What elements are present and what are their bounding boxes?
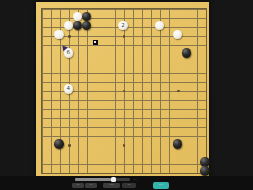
nav-button-1[interactable]: ··· [72,183,84,189]
stone-black-F17 [82,21,92,31]
stone-white-K17: 2 [118,21,128,31]
star-point [68,144,71,147]
move-counter: ··· [133,177,138,182]
move-slider[interactable] [75,178,130,181]
star-point [123,144,126,147]
filled-square-icon [93,40,98,45]
nav-button-4[interactable]: ··· [122,183,136,189]
stone-white-N17 [155,21,165,31]
move-slider-handle[interactable] [111,177,116,182]
stone-black-R14 [182,48,192,58]
star-point [68,35,71,38]
nav-button-2[interactable]: ··· [85,183,97,189]
nav-button-3[interactable]: ···· [103,183,120,189]
stone-white-D17 [64,21,74,31]
stone-black-T1 [200,166,210,176]
move-number-label: 4 [64,84,74,94]
stone-white-C16 [54,30,64,40]
stone-black-C4 [54,139,64,149]
stone-white-D10: 4 [64,84,74,94]
app-screen: 264 ··· ··· ··· ···· ··· ···· [0,0,253,190]
go-grid[interactable]: 264 [41,8,207,174]
stone-black-Q4 [173,139,183,149]
star-point [123,90,126,93]
stone-white-Q16 [173,30,183,40]
stone-black-F18 [82,12,92,22]
stone-white-E18 [73,12,83,22]
move-slider-fill [75,178,113,181]
star-point [177,90,180,93]
go-board[interactable]: 264 [36,2,209,176]
move-number-label: 2 [118,21,128,31]
bottom-toolbar: ··· ··· ··· ···· ··· ···· [0,176,253,190]
stone-black-E17 [73,21,83,31]
primary-action-button[interactable]: ···· [153,182,169,189]
star-point [123,35,126,38]
